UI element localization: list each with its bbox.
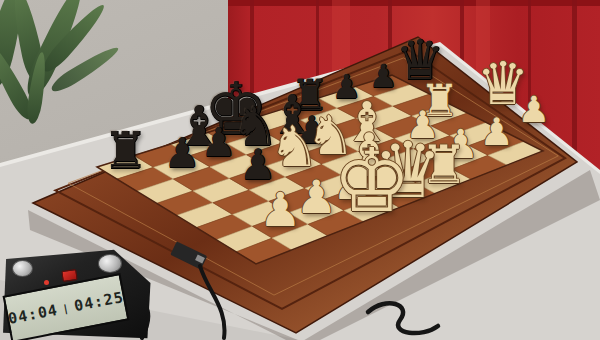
clock-led: [44, 280, 49, 285]
clock-red-button: [61, 269, 77, 282]
clock-left-button: [12, 260, 33, 277]
clock-display-separator: |: [61, 302, 70, 314]
clock-right-time: 04:25: [73, 288, 126, 315]
photo-scene: ♛♟♟♛♜♜♟♝♚♟♝♟♞♟♝♞♟♟♞♟♜♝♟♜♛♟♚♟♟ 04:04 | 04…: [0, 0, 600, 340]
clock-right-button: [98, 254, 122, 273]
clock-left-time: 04:04: [7, 301, 60, 328]
chess-clock: 04:04 | 04:25: [0, 248, 152, 340]
